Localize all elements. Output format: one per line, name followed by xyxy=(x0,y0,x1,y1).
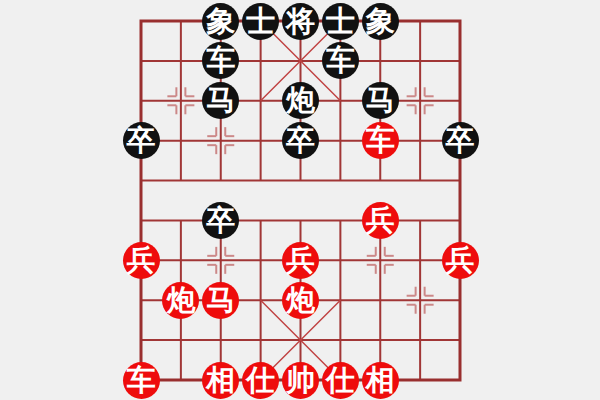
piece-red-horse[interactable]: 马 xyxy=(202,282,239,319)
piece-red-elephant[interactable]: 相 xyxy=(362,362,399,399)
piece-black-horse[interactable]: 马 xyxy=(362,82,399,119)
piece-red-soldier[interactable]: 兵 xyxy=(362,202,399,239)
piece-black-elephant[interactable]: 象 xyxy=(202,3,239,40)
piece-black-soldier[interactable]: 卒 xyxy=(442,122,479,159)
piece-red-chariot[interactable]: 车 xyxy=(123,362,160,399)
piece-black-cannon[interactable]: 炮 xyxy=(282,82,319,119)
piece-black-soldier[interactable]: 卒 xyxy=(123,122,160,159)
piece-red-chariot[interactable]: 车 xyxy=(362,122,399,159)
piece-black-advisor[interactable]: 士 xyxy=(322,3,359,40)
pieces-layer: 象士将士象车车马炮马卒卒车卒卒兵兵兵兵炮马炮车相仕帅仕相 xyxy=(0,0,600,400)
piece-red-cannon[interactable]: 炮 xyxy=(282,282,319,319)
piece-red-cannon[interactable]: 炮 xyxy=(162,282,199,319)
piece-black-soldier[interactable]: 卒 xyxy=(282,122,319,159)
piece-black-soldier[interactable]: 卒 xyxy=(202,202,239,239)
piece-black-horse[interactable]: 马 xyxy=(202,82,239,119)
piece-black-chariot[interactable]: 车 xyxy=(202,42,239,79)
piece-red-soldier[interactable]: 兵 xyxy=(282,242,319,279)
piece-red-soldier[interactable]: 兵 xyxy=(442,242,479,279)
piece-red-advisor[interactable]: 仕 xyxy=(322,362,359,399)
piece-black-elephant[interactable]: 象 xyxy=(362,3,399,40)
piece-red-general[interactable]: 帅 xyxy=(282,362,319,399)
piece-black-general[interactable]: 将 xyxy=(282,3,319,40)
piece-black-chariot[interactable]: 车 xyxy=(322,42,359,79)
piece-red-elephant[interactable]: 相 xyxy=(202,362,239,399)
piece-black-advisor[interactable]: 士 xyxy=(242,3,279,40)
xiangqi-board: 象士将士象车车马炮马卒卒车卒卒兵兵兵兵炮马炮车相仕帅仕相 xyxy=(0,0,600,400)
piece-red-advisor[interactable]: 仕 xyxy=(242,362,279,399)
piece-red-soldier[interactable]: 兵 xyxy=(123,242,160,279)
